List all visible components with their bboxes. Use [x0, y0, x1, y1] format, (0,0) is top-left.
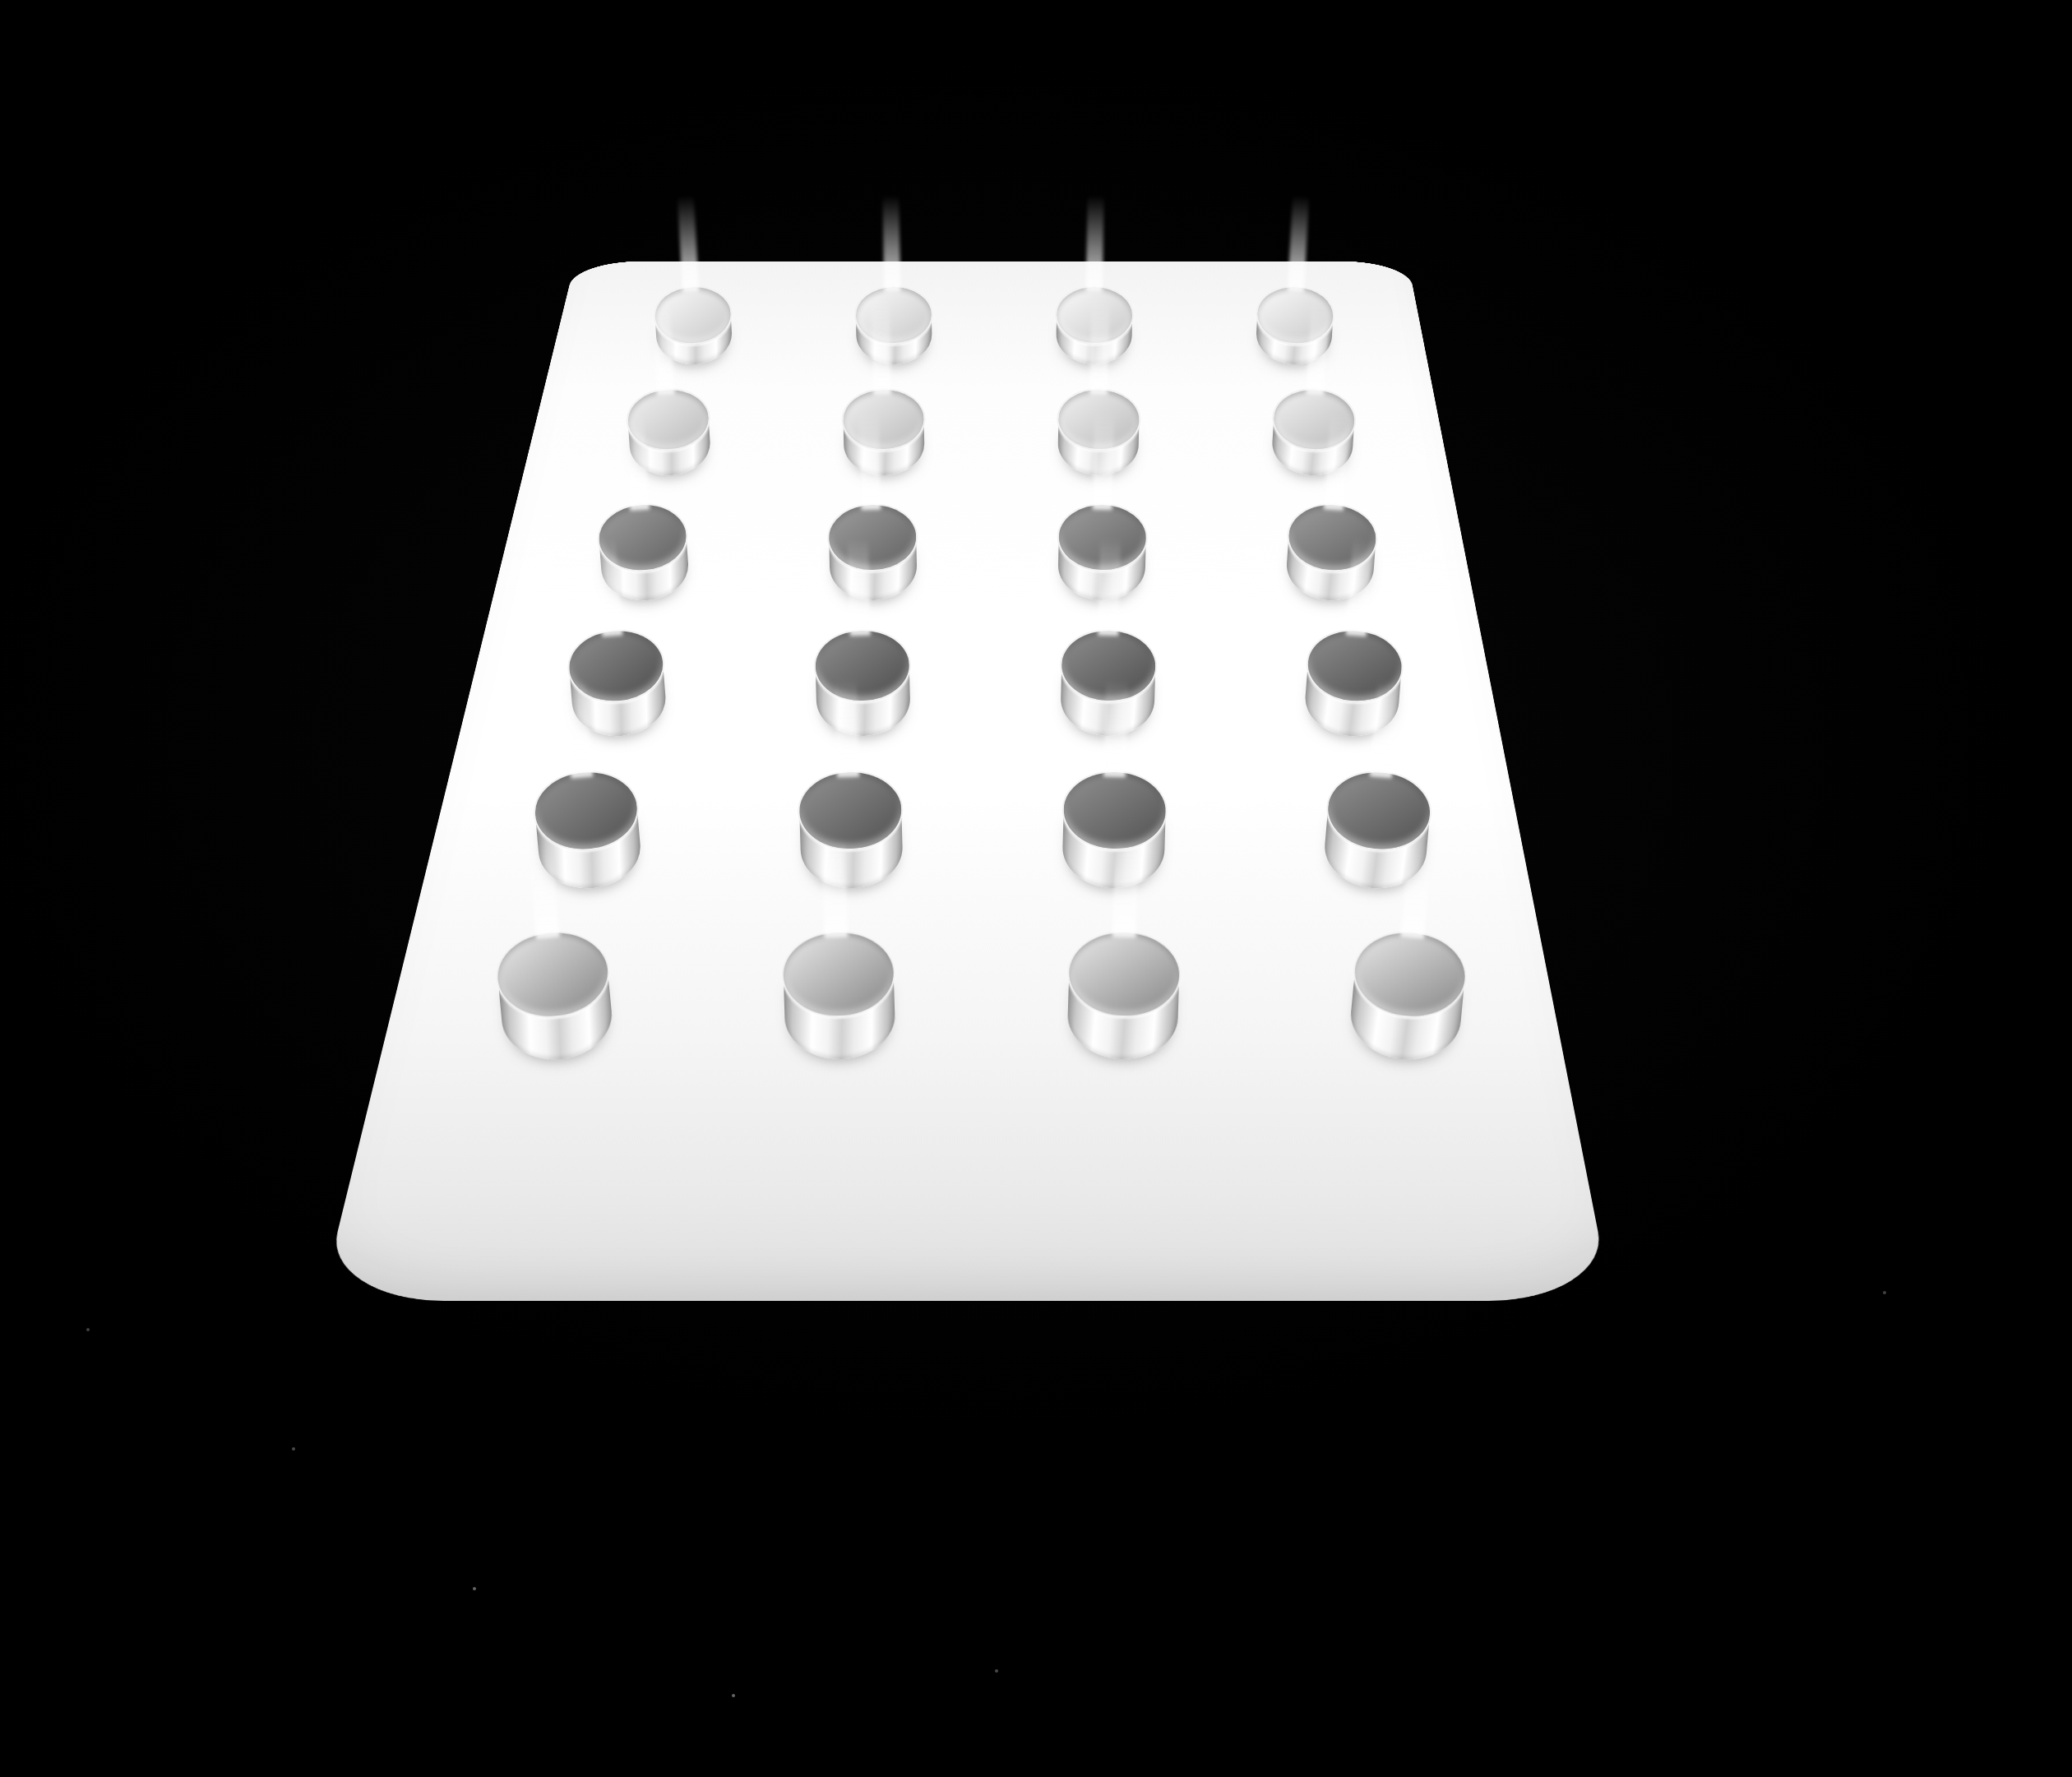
peg-r4c2[interactable] — [815, 664, 910, 738]
peg-r6c1[interactable] — [497, 969, 615, 1064]
peg-r6c2[interactable] — [783, 972, 895, 1061]
photo-scene — [0, 0, 2072, 1777]
dust-speck — [995, 1669, 998, 1673]
dust-speck — [473, 1587, 476, 1590]
dust-speck — [86, 1328, 90, 1331]
peg-r2c2[interactable] — [843, 419, 924, 476]
peg-row-2 — [333, 364, 1649, 475]
peg-r1c2[interactable] — [856, 314, 932, 365]
peg-row-3 — [330, 475, 1645, 600]
peg-r6c3[interactable] — [1066, 972, 1179, 1061]
peg-row-6 — [323, 888, 1639, 1059]
dust-speck — [732, 1694, 735, 1697]
peg-row-4 — [327, 600, 1643, 736]
peg-row-5 — [325, 736, 1640, 888]
peg-row-1 — [336, 0, 1652, 364]
dust-speck — [1883, 1291, 1886, 1294]
dust-speck — [292, 1447, 295, 1451]
peg-r5c2[interactable] — [799, 808, 904, 890]
peg-r3c2[interactable] — [829, 536, 918, 601]
peg-grid — [323, 0, 1639, 1059]
peg-r6c4[interactable] — [1347, 969, 1464, 1064]
